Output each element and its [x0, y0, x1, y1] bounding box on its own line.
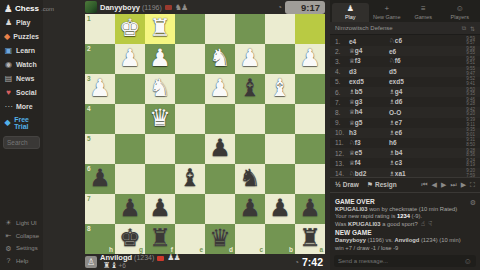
square-a2[interactable]: ♟	[295, 44, 325, 74]
white-move[interactable]: d3	[347, 68, 387, 75]
move-number: 6.	[335, 89, 347, 96]
bottom-player-timer: 7:42	[302, 256, 325, 268]
square-g5[interactable]	[115, 134, 145, 164]
free-trial-label: Free Trial	[14, 116, 39, 130]
square-h3[interactable]: 3♟	[85, 74, 115, 104]
search-box	[3, 136, 40, 149]
square-d5[interactable]: ♟	[205, 134, 235, 164]
previous-move-button[interactable]: ◀	[432, 181, 437, 189]
move-clock-times: 9:569:51	[466, 57, 475, 66]
sidebar-item-play[interactable]: ♟Play	[0, 15, 43, 29]
square-e6[interactable]: ♝	[175, 164, 205, 194]
file-label: e	[199, 246, 203, 253]
material-advantage: +6	[119, 262, 126, 270]
square-h4[interactable]: 4	[85, 104, 115, 134]
square-h2[interactable]: 2	[85, 44, 115, 74]
square-c2[interactable]: ♟	[235, 44, 265, 74]
file-label: g	[139, 246, 143, 253]
black-pawn: ♟	[115, 194, 145, 224]
square-d8[interactable]: d♛	[205, 224, 235, 254]
bottom-player-avatar[interactable]: ♙	[85, 256, 97, 268]
square-f8[interactable]: f♜	[145, 224, 175, 254]
move-clock-times: 9:529:41	[466, 77, 475, 86]
tab-new-game[interactable]: +New Game	[369, 3, 406, 22]
square-c6[interactable]: ♞	[235, 164, 265, 194]
black-move[interactable]: ♗c3	[387, 159, 427, 167]
black-move[interactable]: ♗e7	[387, 119, 427, 127]
play-icon: ♟	[347, 5, 354, 13]
move-row: 7.♕g3♗d69:469:28	[330, 97, 480, 107]
chat-settings-gear-icon[interactable]: ⚙	[470, 199, 476, 207]
move-number: 7.	[335, 99, 347, 106]
move-number: 12.	[335, 150, 347, 157]
move-row: 13.♕f4♗c39:248:19	[330, 158, 480, 168]
chess-com-app: ♟ Chess.com ♟Play◆Puzzles▣Learn◉Watch▤Ne…	[0, 0, 480, 270]
sidebar-item-news[interactable]: ▤News	[0, 71, 43, 85]
square-e8[interactable]: e	[175, 224, 205, 254]
move-number: 3.	[335, 58, 347, 65]
square-d6[interactable]	[205, 164, 235, 194]
square-f3[interactable]: ♞	[145, 74, 175, 104]
more-icon: ⋯	[4, 102, 13, 111]
game-over-result: KPUGALI03 won by checkmate (10 min Rated…	[335, 206, 475, 213]
rank-label: 2	[87, 45, 91, 52]
good-sport-line: Was KPUGALI03 a good sport? ☝ ☟	[335, 221, 475, 228]
square-f6[interactable]	[145, 164, 175, 194]
file-label: c	[259, 246, 263, 253]
sidebar-footer: ☀Light UI⇤Collapse⚙Settings?Help	[0, 217, 43, 267]
tab-players[interactable]: ☺Players	[442, 3, 479, 22]
learn-icon: ▣	[4, 46, 13, 55]
black-move[interactable]: ♗xa1	[387, 170, 427, 177]
square-a1[interactable]	[295, 14, 325, 44]
square-c1[interactable]	[235, 14, 265, 44]
move-clock-times: 9:509:35	[466, 88, 475, 97]
move-clock-times: 9:469:28	[466, 98, 475, 107]
white-rook: ♜	[145, 14, 175, 44]
move-clock-times: 9:359:01	[466, 128, 475, 137]
square-a3[interactable]	[295, 74, 325, 104]
resign-button[interactable]: ⚑ Resign	[367, 181, 397, 189]
game-over-title: GAME OVER	[335, 198, 475, 205]
white-knight: ♞	[205, 44, 235, 74]
file-label: a	[319, 246, 323, 253]
square-g8[interactable]: g♚	[115, 224, 145, 254]
square-f1[interactable]: ♜	[145, 14, 175, 44]
white-move[interactable]: ♘f3	[347, 139, 387, 147]
players-icon: ☺	[456, 5, 464, 13]
sidebar-item-watch[interactable]: ◉Watch	[0, 57, 43, 71]
sidebar-footer-settings[interactable]: ⚙Settings	[0, 242, 43, 255]
puzzles-icon: ◆	[4, 32, 10, 41]
square-b4[interactable]	[265, 104, 295, 134]
square-f2[interactable]: ♟	[145, 44, 175, 74]
white-knight: ♞	[145, 74, 175, 104]
diamond-icon: ◆	[4, 118, 11, 127]
move-clock-times: 9:399:11	[466, 118, 475, 127]
square-e5[interactable]	[175, 134, 205, 164]
sidebar-item-more[interactable]: ⋯More	[0, 99, 43, 113]
black-bishop: ♝	[235, 74, 265, 104]
rank-label: 6	[87, 165, 91, 172]
file-label: h	[109, 246, 113, 253]
help-icon: ?	[4, 256, 13, 265]
bottom-player-flag-icon	[157, 256, 164, 261]
square-e2[interactable]	[175, 44, 205, 74]
file-label: b	[289, 246, 293, 253]
black-move[interactable]: h6	[387, 139, 427, 146]
bottom-captured-pieces: ♜ ♝	[103, 262, 117, 270]
black-move[interactable]: ♗d6	[387, 98, 427, 106]
panel-tabs: ♟Play+New Game≡Games☺Players	[330, 0, 480, 22]
white-move[interactable]: ♕f4	[347, 159, 387, 167]
draw-button[interactable]: ½ Draw	[335, 181, 359, 188]
news-icon: ▤	[4, 74, 13, 83]
rank-label: 1	[87, 15, 91, 22]
square-b7[interactable]: ♟	[265, 194, 295, 224]
move-clock-times: 9:318:50	[466, 138, 475, 147]
square-h5[interactable]: 5	[85, 134, 115, 164]
black-move[interactable]: ♗b4	[387, 149, 427, 157]
square-d4[interactable]	[205, 104, 235, 134]
next-move-button[interactable]: ▶	[441, 181, 446, 189]
chess-board: 1♚♜2♟♟♞♟♟3♟♞♟♝♝4♛5♟6♟♝♞7♟♟♟♟♟8hg♚f♜ed♛cb…	[85, 14, 325, 254]
rating-odds-line: win +7 / draw -1 / lose -9	[335, 245, 475, 252]
square-h8[interactable]: 8h	[85, 224, 115, 254]
move-number: 4.	[335, 68, 347, 75]
move-number: 13.	[335, 160, 347, 167]
move-clock-times: 9:599:57	[466, 37, 475, 46]
light-ui-icon: ☀	[4, 218, 13, 227]
bottom-captured-pawns: ♟♟	[167, 254, 179, 262]
square-g2[interactable]: ♟	[115, 44, 145, 74]
square-e7[interactable]	[175, 194, 205, 224]
square-f5[interactable]	[145, 134, 175, 164]
white-bishop: ♝	[265, 74, 295, 104]
sidebar-nav: ♟Play◆Puzzles▣Learn◉Watch▤News♥Social⋯Mo…	[0, 15, 43, 113]
move-number: 5.	[335, 78, 347, 85]
move-clock-times: 9:559:47	[466, 67, 475, 76]
black-move[interactable]: e6	[387, 48, 427, 55]
black-bishop: ♝	[175, 164, 205, 194]
square-f4[interactable]: ♛	[145, 104, 175, 134]
black-move[interactable]: exd5	[387, 78, 427, 85]
copy-icon[interactable]: ⧉	[462, 25, 466, 32]
chess-com-logo[interactable]: ♟ Chess.com	[0, 0, 43, 15]
file-label: f	[171, 246, 173, 253]
white-move[interactable]: ♕g4	[347, 47, 387, 55]
move-number: 1.	[335, 38, 347, 45]
white-move[interactable]: ♕e5	[347, 149, 387, 157]
square-a6[interactable]	[295, 164, 325, 194]
square-c3[interactable]: ♝	[235, 74, 265, 104]
move-row: 5.exd5exd59:529:41	[330, 77, 480, 87]
white-pawn: ♟	[295, 44, 325, 74]
sidebar-footer-collapse[interactable]: ⇤Collapse	[0, 229, 43, 242]
chat-message-input[interactable]	[338, 258, 461, 264]
game-controls: ½ Draw ⚑ Resign ⏮◀▶⏭▶⛶	[330, 177, 480, 193]
square-a7[interactable]: ♟	[295, 194, 325, 224]
tab-games[interactable]: ≡Games	[405, 3, 442, 22]
top-player-bar: Danyyboyy (1196) ♞♟ ◔ 9:17	[85, 0, 325, 14]
square-e4[interactable]	[175, 104, 205, 134]
square-b1[interactable]	[265, 14, 295, 44]
square-a8[interactable]: a♜	[295, 224, 325, 254]
games-icon: ≡	[421, 5, 426, 13]
black-knight: ♞	[235, 164, 265, 194]
sidebar-footer-light-ui[interactable]: ☀Light UI	[0, 217, 43, 230]
white-move[interactable]: ♘bd2	[347, 170, 387, 177]
bottom-player-rating: (1234)	[134, 254, 154, 262]
top-player-avatar[interactable]	[85, 1, 97, 13]
square-a4[interactable]	[295, 104, 325, 134]
file-label: d	[229, 246, 233, 253]
top-player-name[interactable]: Danyyboyy	[100, 3, 140, 12]
white-pawn: ♟	[145, 44, 175, 74]
move-clock-times: 9:248:19	[466, 159, 475, 168]
white-move[interactable]: h3	[347, 129, 387, 136]
sidebar-item-social[interactable]: ♥Social	[0, 85, 43, 99]
white-move[interactable]: ♕g5	[347, 119, 387, 127]
square-b8[interactable]: b	[265, 224, 295, 254]
square-f7[interactable]: ♟	[145, 194, 175, 224]
rank-label: 7	[87, 195, 91, 202]
white-pawn: ♟	[235, 44, 265, 74]
black-move[interactable]: ♗e6	[387, 129, 427, 137]
square-b2[interactable]	[265, 44, 295, 74]
square-h6[interactable]: 6♟	[85, 164, 115, 194]
collapse-icon: ⇤	[4, 231, 13, 240]
move-row: 11.♘f3h69:318:50	[330, 138, 480, 148]
chat-log: ⚙ GAME OVER KPUGALI03 won by checkmate (…	[330, 193, 480, 253]
black-move[interactable]: ♘c6	[387, 37, 427, 45]
move-row: 1.e4♘c69:599:57	[330, 36, 480, 46]
new-game-title: NEW GAME	[335, 229, 475, 236]
top-player-flag-icon	[165, 5, 172, 10]
sidebar-item-puzzles[interactable]: ◆Puzzles	[0, 29, 43, 43]
game-area: Danyyboyy (1196) ♞♟ ◔ 9:17 1♚♜2♟♟♞♟♟3♟♞♟…	[85, 0, 325, 270]
move-row: 9.♕g5♗e79:399:11	[330, 118, 480, 128]
black-pawn: ♟	[145, 194, 175, 224]
black-move[interactable]: d5	[387, 68, 427, 75]
square-d2[interactable]: ♞	[205, 44, 235, 74]
square-c5[interactable]	[235, 134, 265, 164]
move-row: 4.d3d59:559:47	[330, 67, 480, 77]
clock-icon: ◔	[294, 258, 299, 267]
black-pawn: ♟	[235, 194, 265, 224]
square-h1[interactable]: 1	[85, 14, 115, 44]
settings-icon: ⚙	[4, 244, 13, 253]
white-move[interactable]: ♕f3	[347, 57, 387, 65]
move-number: 2.	[335, 48, 347, 55]
square-c7[interactable]: ♟	[235, 194, 265, 224]
white-pawn: ♟	[115, 44, 145, 74]
move-row: 3.♕f3♘f69:569:51	[330, 56, 480, 66]
watch-icon: ◉	[4, 60, 13, 69]
square-g7[interactable]: ♟	[115, 194, 145, 224]
thumbs-up-icon[interactable]: ☝	[421, 221, 425, 228]
resign-flag-icon: ⚑	[367, 181, 373, 189]
sidebar-footer-help[interactable]: ?Help	[0, 254, 43, 267]
move-row: 12.♕e5♗b49:288:36	[330, 148, 480, 158]
square-d7[interactable]	[205, 194, 235, 224]
move-number: 9.	[335, 119, 347, 126]
move-row: 6.♗b5♗g49:509:35	[330, 87, 480, 97]
thumbs-down-icon[interactable]: ☟	[428, 221, 432, 228]
white-move[interactable]: ♗b5	[347, 88, 387, 96]
last-move-button[interactable]: ⏭	[450, 181, 456, 189]
move-row: 2.♕g4e69:589:55	[330, 46, 480, 56]
square-e1[interactable]	[175, 14, 205, 44]
square-a5[interactable]	[295, 134, 325, 164]
opening-name: Nimzowitsch Defense	[335, 25, 458, 31]
white-move[interactable]: e4	[347, 38, 387, 45]
new-game-players: Danyyboyy (1196) vs. Anvilogd (1234) (10…	[335, 237, 475, 244]
square-b5[interactable]	[265, 134, 295, 164]
tab-play[interactable]: ♟Play	[332, 3, 369, 22]
logo-suffix: .com	[41, 6, 54, 12]
flip-board-icon[interactable]: ⇅	[470, 25, 475, 32]
search-input[interactable]	[7, 139, 36, 146]
new-rating-line: Your new rapid rating is 1234 (-9).	[335, 213, 475, 220]
logo-pawn-icon: ♟	[4, 5, 13, 13]
black-move[interactable]: O-O	[387, 109, 427, 116]
move-clock-times: 9:207:59	[466, 169, 475, 176]
white-pawn: ♟	[205, 74, 235, 104]
top-player-rating: (1196)	[142, 4, 162, 11]
move-row: 8.♕h4O-O9:429:20	[330, 107, 480, 117]
social-icon: ♥	[4, 88, 13, 97]
half-point-icon: ½	[335, 181, 341, 188]
square-b6[interactable]	[265, 164, 295, 194]
square-g1[interactable]: ♚	[115, 14, 145, 44]
square-h7[interactable]: 7	[85, 194, 115, 224]
square-g3[interactable]	[115, 74, 145, 104]
square-d1[interactable]	[205, 14, 235, 44]
clock-icon: ◔	[277, 3, 282, 12]
move-number: 11.	[335, 139, 347, 146]
black-move[interactable]: ♗g4	[387, 88, 427, 96]
rank-label: 8	[87, 225, 91, 232]
opening-bar: Nimzowitsch Defense ⧉ ⇅	[330, 22, 480, 35]
move-number: 8.	[335, 109, 347, 116]
move-list: 1.e4♘c69:599:572.♕g4e69:589:553.♕f3♘f69:…	[330, 35, 480, 177]
white-queen: ♛	[145, 104, 175, 134]
sidebar: ♟ Chess.com ♟Play◆Puzzles▣Learn◉Watch▤Ne…	[0, 0, 43, 270]
white-move[interactable]: ♕g3	[347, 98, 387, 106]
bottom-player-bar: ♙ Anvilogd (1234) ♟♟ ♜ ♝ +6 ◔ 7:42	[85, 254, 325, 270]
expand-button[interactable]: ⛶	[470, 181, 475, 189]
free-trial-button[interactable]: ◆ Free Trial	[0, 113, 43, 132]
emoji-icon[interactable]: ☺	[464, 257, 472, 266]
square-g6[interactable]	[115, 164, 145, 194]
play-icon: ♟	[4, 18, 13, 27]
white-move[interactable]: ♕h4	[347, 108, 387, 116]
top-player-timer: 9:17	[285, 1, 325, 14]
move-row: 14.♘bd2♗xa19:207:59	[330, 168, 480, 176]
sidebar-item-learn[interactable]: ▣Learn	[0, 43, 43, 57]
white-king: ♚	[115, 14, 145, 44]
rank-label: 5	[87, 135, 91, 142]
move-number: 10.	[335, 129, 347, 136]
rank-label: 4	[87, 105, 91, 112]
black-pawn: ♟	[295, 194, 325, 224]
black-pawn: ♟	[265, 194, 295, 224]
move-clock-times: 9:589:55	[466, 47, 475, 56]
square-g4[interactable]	[115, 104, 145, 134]
first-move-button[interactable]: ⏮	[421, 181, 427, 189]
white-move[interactable]: exd5	[347, 78, 387, 85]
play-button[interactable]: ▶	[461, 181, 466, 189]
square-c4[interactable]	[235, 104, 265, 134]
right-panel: ♟Play+New Game≡Games☺Players Nimzowitsch…	[330, 0, 480, 270]
chat-input-box: ☺	[334, 255, 476, 267]
playback-controls: ⏮◀▶⏭▶⛶	[421, 181, 475, 189]
square-d3[interactable]: ♟	[205, 74, 235, 104]
new-game-icon: +	[384, 5, 389, 13]
move-clock-times: 9:288:36	[466, 149, 475, 158]
black-move[interactable]: ♘f6	[387, 57, 427, 65]
top-captured-pieces: ♞♟	[175, 3, 187, 12]
square-e3[interactable]	[175, 74, 205, 104]
move-clock-times: 9:429:20	[466, 108, 475, 117]
square-c8[interactable]: c	[235, 224, 265, 254]
black-pawn: ♟	[205, 134, 235, 164]
rank-label: 3	[87, 75, 91, 82]
move-row: 10.h3♗e69:359:01	[330, 128, 480, 138]
square-b3[interactable]: ♝	[265, 74, 295, 104]
logo-text: Chess	[15, 4, 39, 13]
